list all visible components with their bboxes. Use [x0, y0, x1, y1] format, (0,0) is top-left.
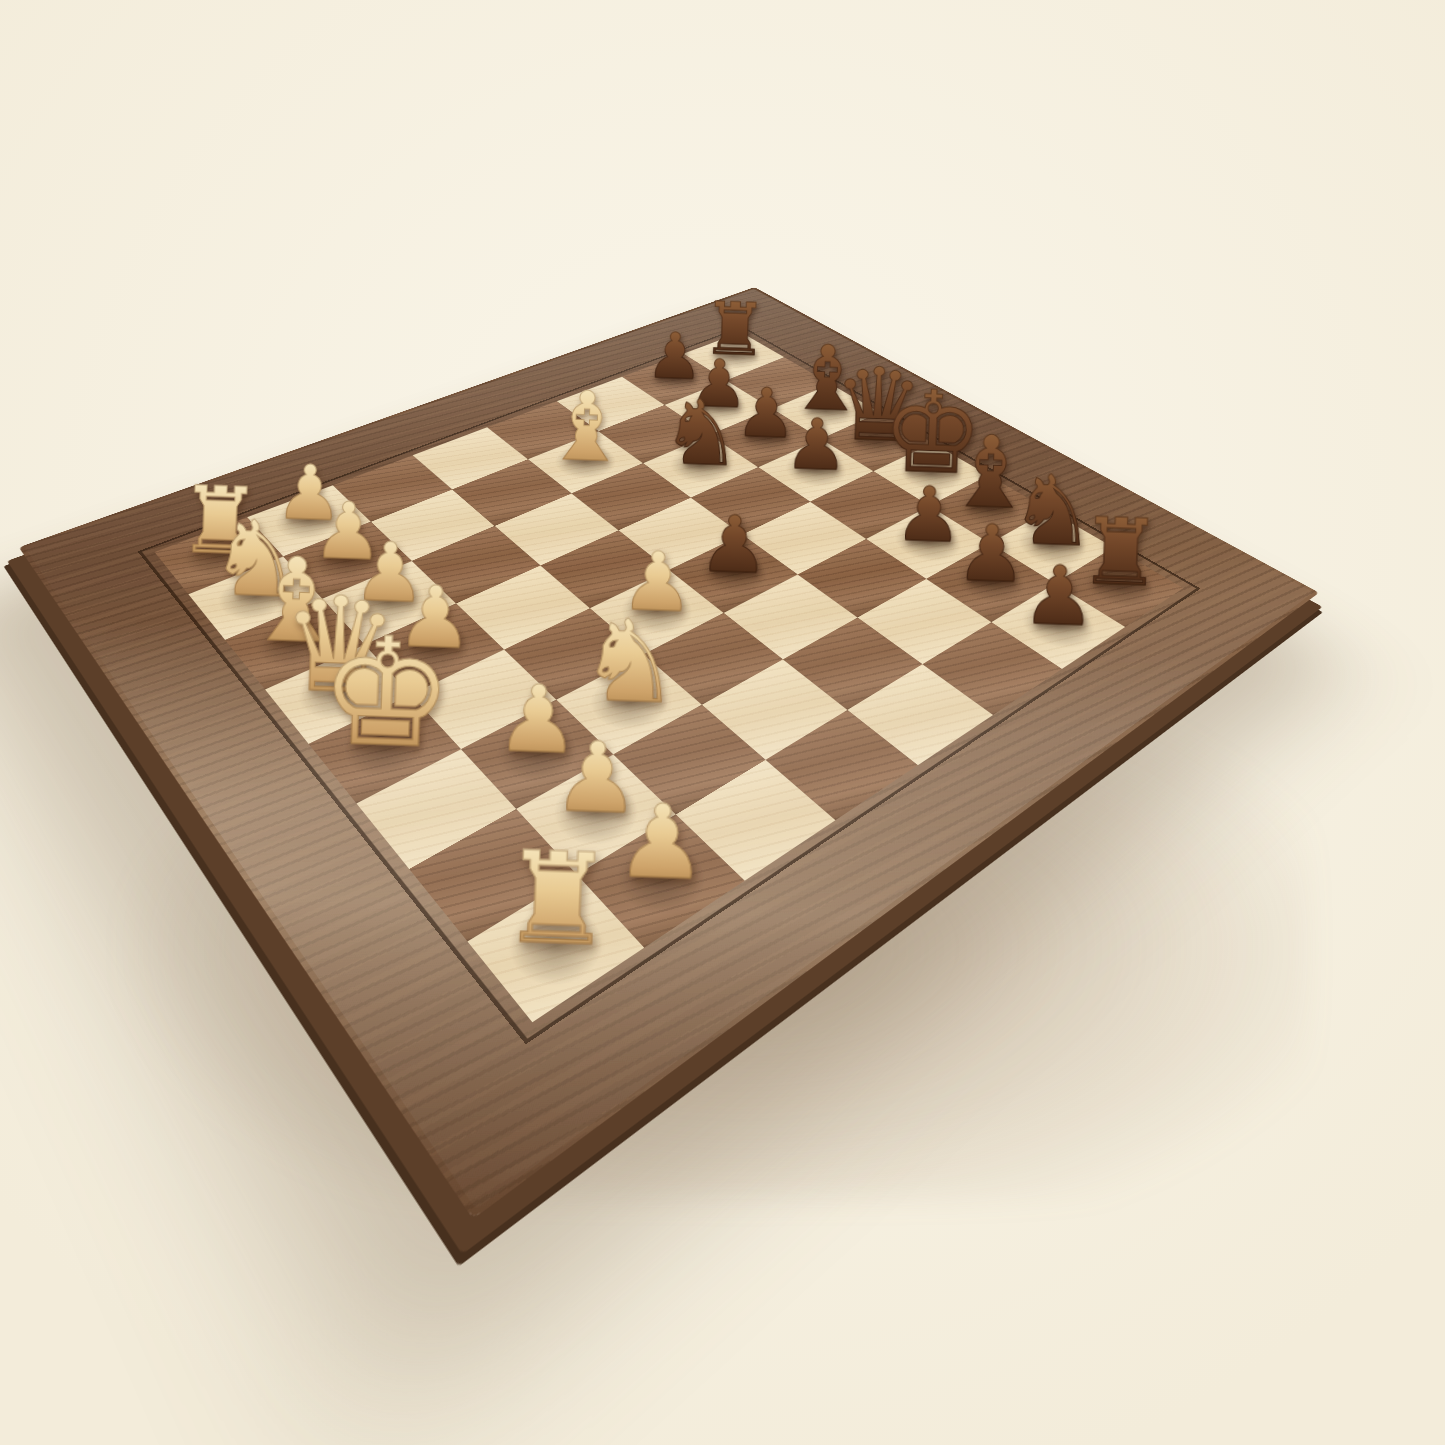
board-squares-grid: ♜♝♛♚♝♞♜♟♟♟♟♟♟♟♞♝♟♟♞♟♟♟♟♟♟♟♜♞♝♛♚♜ — [155, 332, 1184, 1022]
white-rook-h1: ♜ — [499, 834, 617, 964]
black-knight-c6: ♞ — [660, 387, 743, 479]
square-f6 — [798, 539, 927, 618]
white-knight-f3: ♞ — [578, 603, 683, 720]
square-e1: ♚ — [309, 695, 461, 804]
perspective-container: ♜♝♛♚♝♞♜♟♟♟♟♟♟♟♞♝♟♟♞♟♟♟♟♟♟♟♜♞♝♛♚♜ — [0, 0, 1445, 1445]
square-g6 — [857, 579, 991, 664]
black-pawn-g7: ♟ — [955, 513, 1028, 593]
white-king-e1: ♚ — [317, 616, 456, 770]
product-photo-scene: ♜♝♛♚♝♞♜♟♟♟♟♟♟♟♞♝♟♟♞♟♟♟♟♟♟♟♜♞♝♛♚♜ — [0, 0, 1445, 1445]
black-pawn-f7: ♟ — [894, 475, 964, 552]
chess-board: ♜♝♛♚♝♞♜♟♟♟♟♟♟♟♞♝♟♟♞♟♟♟♟♟♟♟♜♞♝♛♚♜ — [19, 287, 1319, 1219]
black-pawn-h7: ♟ — [1021, 554, 1097, 638]
black-pawn-e5: ♟ — [698, 504, 771, 584]
black-pawn-d7: ♟ — [784, 408, 849, 480]
white-pawn-h2: ♟ — [615, 789, 710, 894]
white-bishop-b5: ♝ — [542, 378, 630, 476]
